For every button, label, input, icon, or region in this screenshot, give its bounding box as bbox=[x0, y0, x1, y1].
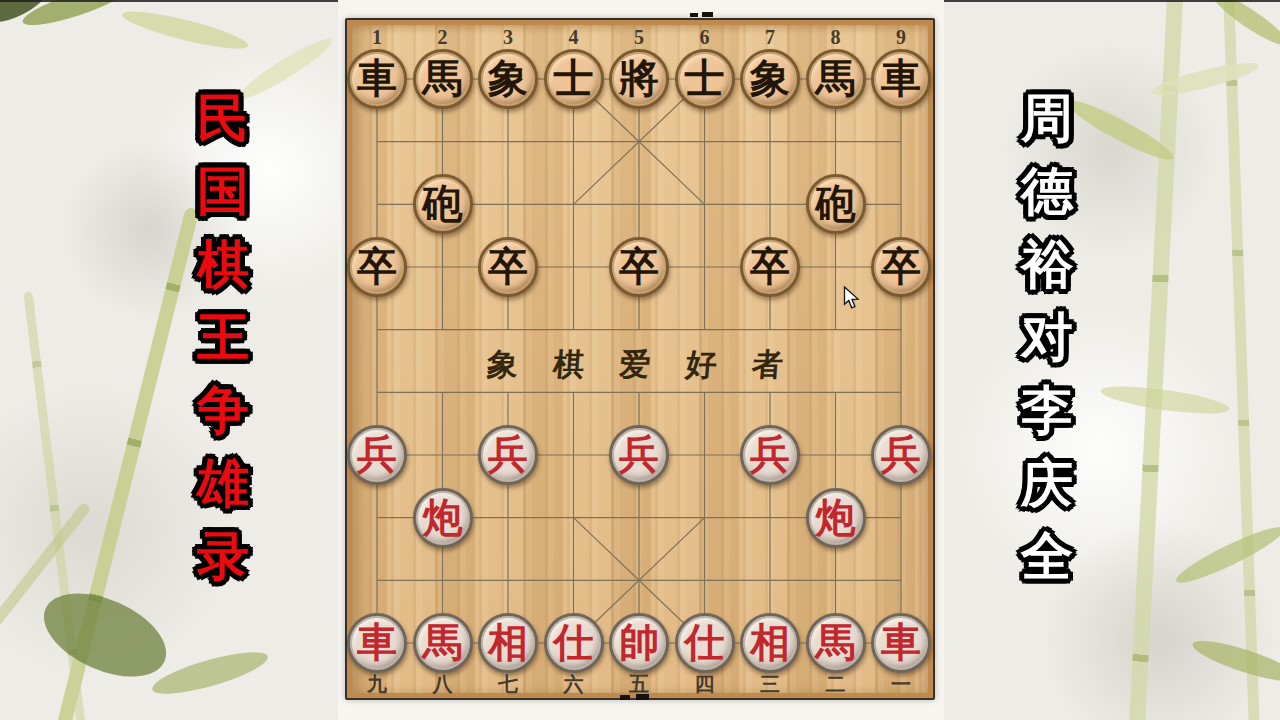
piece-black-soldier[interactable]: 卒 bbox=[871, 237, 931, 297]
video-frame: 民国棋王争雄录 周德裕对李庆全 123456789 象棋爱好者 車馬象士將士象馬… bbox=[0, 0, 1280, 720]
piece-black-advisor[interactable]: 士 bbox=[675, 49, 735, 109]
file-label-top: 2 bbox=[423, 26, 463, 49]
banner-char: 庆 bbox=[1021, 457, 1073, 509]
piece-red-cannon[interactable]: 炮 bbox=[413, 488, 473, 548]
file-label-top: 7 bbox=[750, 26, 790, 49]
file-label-top: 5 bbox=[619, 26, 659, 49]
bamboo-leaf bbox=[1208, 0, 1280, 52]
file-label-bottom: 三 bbox=[750, 671, 790, 698]
piece-black-chariot[interactable]: 車 bbox=[871, 49, 931, 109]
piece-black-horse[interactable]: 馬 bbox=[806, 49, 866, 109]
mouse-cursor bbox=[843, 286, 861, 315]
piece-black-soldier[interactable]: 卒 bbox=[740, 237, 800, 297]
file-label-bottom: 七 bbox=[488, 671, 528, 698]
banner-char: 录 bbox=[197, 530, 249, 582]
piece-red-cannon[interactable]: 炮 bbox=[806, 488, 866, 548]
piece-red-horse[interactable]: 馬 bbox=[413, 613, 473, 673]
file-label-bottom: 九 bbox=[357, 671, 397, 698]
file-label-top: 6 bbox=[685, 26, 725, 49]
banner-char: 棋 bbox=[197, 238, 249, 290]
file-label-bottom: 六 bbox=[554, 671, 594, 698]
file-label-top: 4 bbox=[554, 26, 594, 49]
piece-black-soldier[interactable]: 卒 bbox=[609, 237, 669, 297]
river-char: 爱 bbox=[618, 344, 652, 386]
river-char: 好 bbox=[684, 344, 718, 386]
banner-char: 王 bbox=[197, 311, 249, 363]
piece-black-general[interactable]: 將 bbox=[609, 49, 669, 109]
piece-red-soldier[interactable]: 兵 bbox=[740, 425, 800, 485]
right-banner-title: 周德裕对李庆全 bbox=[1012, 92, 1082, 582]
river-char: 棋 bbox=[552, 344, 586, 386]
banner-char: 争 bbox=[197, 384, 249, 436]
banner-char: 周 bbox=[1021, 92, 1073, 144]
piece-red-horse[interactable]: 馬 bbox=[806, 613, 866, 673]
piece-red-soldier[interactable]: 兵 bbox=[609, 425, 669, 485]
piece-red-elephant[interactable]: 相 bbox=[740, 613, 800, 673]
piece-red-soldier[interactable]: 兵 bbox=[347, 425, 407, 485]
piece-black-soldier[interactable]: 卒 bbox=[478, 237, 538, 297]
piece-red-advisor[interactable]: 仕 bbox=[675, 613, 735, 673]
file-label-bottom: 二 bbox=[816, 671, 856, 698]
left-banner-title: 民国棋王争雄录 bbox=[188, 92, 258, 582]
banner-char: 雄 bbox=[197, 457, 249, 509]
piece-red-general[interactable]: 帥 bbox=[609, 613, 669, 673]
banner-char: 李 bbox=[1021, 384, 1073, 436]
piece-black-cannon[interactable]: 砲 bbox=[413, 174, 473, 234]
piece-red-advisor[interactable]: 仕 bbox=[544, 613, 604, 673]
clipped-text-fragment bbox=[702, 12, 713, 17]
clipped-text-fragment bbox=[690, 13, 698, 17]
bamboo-leaf bbox=[120, 5, 251, 56]
piece-black-cannon[interactable]: 砲 bbox=[806, 174, 866, 234]
file-label-bottom: 四 bbox=[685, 671, 725, 698]
piece-black-horse[interactable]: 馬 bbox=[413, 49, 473, 109]
file-label-bottom: 一 bbox=[881, 671, 921, 698]
file-label-top: 9 bbox=[881, 26, 921, 49]
piece-black-soldier[interactable]: 卒 bbox=[347, 237, 407, 297]
file-label-bottom: 八 bbox=[423, 671, 463, 698]
piece-red-chariot[interactable]: 車 bbox=[871, 613, 931, 673]
river-char: 象 bbox=[486, 344, 520, 386]
clipped-text-fragment bbox=[636, 694, 649, 700]
banner-char: 德 bbox=[1021, 165, 1073, 217]
xiangqi-board[interactable]: 123456789 象棋爱好者 車馬象士將士象馬車砲砲卒卒卒卒卒兵兵兵兵兵炮炮車… bbox=[345, 18, 935, 700]
banner-char: 国 bbox=[197, 165, 249, 217]
piece-black-advisor[interactable]: 士 bbox=[544, 49, 604, 109]
banner-char: 对 bbox=[1021, 311, 1073, 363]
piece-black-chariot[interactable]: 車 bbox=[347, 49, 407, 109]
piece-red-chariot[interactable]: 車 bbox=[347, 613, 407, 673]
file-label-top: 8 bbox=[816, 26, 856, 49]
file-label-top: 1 bbox=[357, 26, 397, 49]
piece-red-soldier[interactable]: 兵 bbox=[871, 425, 931, 485]
banner-char: 民 bbox=[197, 92, 249, 144]
river-char: 者 bbox=[751, 344, 785, 386]
clipped-text-fragment bbox=[620, 695, 630, 700]
file-label-top: 3 bbox=[488, 26, 528, 49]
river-text: 象棋爱好者 bbox=[486, 344, 785, 386]
piece-red-elephant[interactable]: 相 bbox=[478, 613, 538, 673]
piece-black-elephant[interactable]: 象 bbox=[740, 49, 800, 109]
banner-char: 裕 bbox=[1021, 238, 1073, 290]
piece-red-soldier[interactable]: 兵 bbox=[478, 425, 538, 485]
piece-black-elephant[interactable]: 象 bbox=[478, 49, 538, 109]
banner-char: 全 bbox=[1021, 530, 1073, 582]
